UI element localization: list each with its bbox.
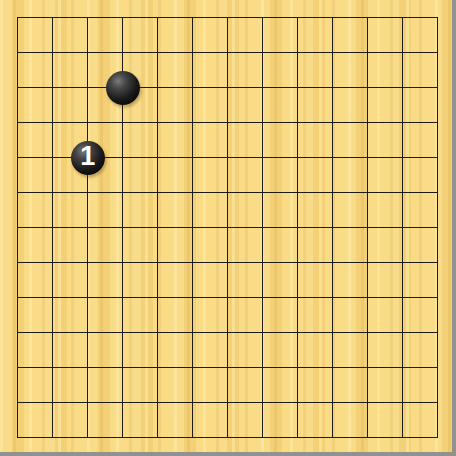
go-board: 1 (0, 0, 456, 456)
board-edge-shadow-bottom (0, 452, 456, 456)
black-stone (106, 71, 140, 105)
go-diagram: 1 (0, 0, 456, 456)
board-edge-shadow-right (452, 0, 456, 456)
stones-layer: 1 (0, 0, 456, 456)
move-number-label: 1 (80, 143, 95, 170)
move-1-black-stone: 1 (71, 141, 105, 175)
